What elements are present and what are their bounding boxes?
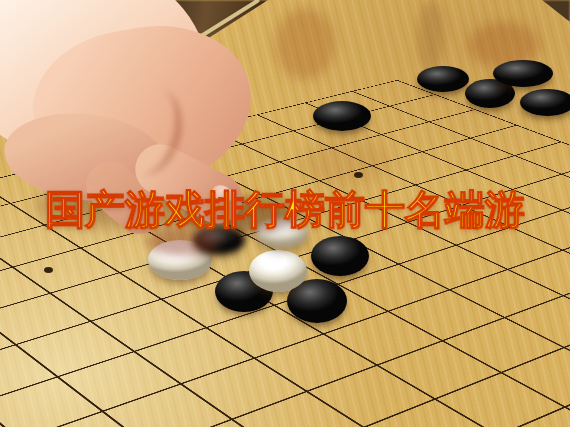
caption-overlay: 国产游戏排行榜前十名端游 bbox=[0, 187, 570, 231]
go-photo-thumbnail: 国产游戏排行榜前十名端游 bbox=[0, 0, 570, 427]
